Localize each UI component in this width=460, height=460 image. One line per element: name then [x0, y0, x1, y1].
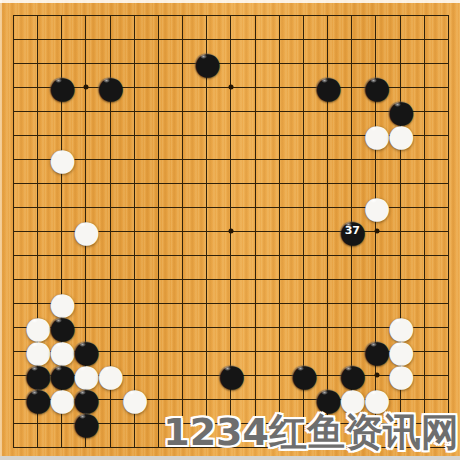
board-cell [351, 87, 375, 111]
board-cell [230, 63, 254, 87]
board-cell [13, 15, 37, 39]
board-cell [110, 39, 134, 63]
board-cell [85, 207, 109, 231]
board-cell [134, 87, 158, 111]
board-cell [375, 111, 399, 135]
board-cell [37, 39, 61, 63]
board-cell [303, 159, 327, 183]
board-cell [13, 135, 37, 159]
board-cell [400, 135, 424, 159]
board-cell [61, 351, 85, 375]
board-cell [110, 255, 134, 279]
board-cell [182, 351, 206, 375]
board-cell [61, 399, 85, 423]
board-cell [303, 279, 327, 303]
star-point [374, 85, 379, 90]
board-cell [351, 327, 375, 351]
board-cell [279, 159, 303, 183]
board-cell [351, 231, 375, 255]
board-cell [375, 351, 399, 375]
board-cell [303, 327, 327, 351]
board-cell [182, 111, 206, 135]
board-cell [37, 375, 61, 399]
board-cell [37, 351, 61, 375]
board-cell [37, 135, 61, 159]
board-cell [206, 111, 230, 135]
board-cell [255, 279, 279, 303]
board-cell [110, 159, 134, 183]
board-cell [158, 351, 182, 375]
board-cell [351, 207, 375, 231]
board-cell [351, 303, 375, 327]
board-cell [85, 183, 109, 207]
board-cell [110, 63, 134, 87]
board-cell [375, 279, 399, 303]
board-cell [61, 111, 85, 135]
board-cell [400, 87, 424, 111]
board-cell [255, 135, 279, 159]
star-point [84, 85, 89, 90]
board-cell [206, 183, 230, 207]
board-cell [158, 255, 182, 279]
board-cell [206, 231, 230, 255]
board-cell [303, 111, 327, 135]
board-cell [134, 207, 158, 231]
board-cell [279, 327, 303, 351]
board-cell [327, 327, 351, 351]
board-cell [424, 15, 448, 39]
board-cell [110, 207, 134, 231]
board-cell [351, 135, 375, 159]
board-cell [37, 111, 61, 135]
board-cell [400, 303, 424, 327]
board-cell [13, 255, 37, 279]
board-cell [37, 255, 61, 279]
board-cell [61, 135, 85, 159]
board-cell [279, 207, 303, 231]
board-cell [134, 279, 158, 303]
board-cell [182, 63, 206, 87]
board-cell [13, 279, 37, 303]
board-cell [351, 279, 375, 303]
board-cell [279, 231, 303, 255]
star-point [374, 373, 379, 378]
board-cell [85, 327, 109, 351]
board-cell [13, 111, 37, 135]
board-cell [85, 375, 109, 399]
board-cell [351, 159, 375, 183]
board-cell [110, 183, 134, 207]
board-cell [303, 351, 327, 375]
board-cell [424, 327, 448, 351]
board-cell [230, 159, 254, 183]
board-cell [13, 207, 37, 231]
board-cell [182, 279, 206, 303]
board-cell [13, 399, 37, 423]
star-point [229, 229, 234, 234]
board-cell [206, 375, 230, 399]
board-cell [375, 39, 399, 63]
board-cell [182, 303, 206, 327]
board-cell [327, 159, 351, 183]
board-cell [327, 63, 351, 87]
board-cell [255, 63, 279, 87]
board-cell [303, 255, 327, 279]
board-cell [400, 15, 424, 39]
board-cell [37, 423, 61, 447]
board-cell [85, 39, 109, 63]
board-cell [158, 135, 182, 159]
board-cell [327, 231, 351, 255]
board-cell [110, 423, 134, 447]
board-cell [110, 15, 134, 39]
board-cell [279, 303, 303, 327]
board-cell [424, 159, 448, 183]
board-cell [230, 15, 254, 39]
board-cell [255, 303, 279, 327]
board-cell [37, 207, 61, 231]
board-cell [85, 111, 109, 135]
board-cell [85, 255, 109, 279]
board-cell [134, 183, 158, 207]
board-cell [351, 63, 375, 87]
board-cell [424, 351, 448, 375]
board-cell [206, 327, 230, 351]
board-cell [303, 15, 327, 39]
board-cell [37, 279, 61, 303]
board-cell [158, 279, 182, 303]
board-cell [255, 159, 279, 183]
board-cell [255, 375, 279, 399]
board-cell [206, 135, 230, 159]
board-cell [351, 375, 375, 399]
board-cell [13, 231, 37, 255]
board-cell [303, 375, 327, 399]
board-cell [134, 63, 158, 87]
board-cell [279, 135, 303, 159]
board-cell [303, 39, 327, 63]
board-cell [37, 63, 61, 87]
board-cell [424, 39, 448, 63]
board-cell [230, 87, 254, 111]
board-cell [110, 231, 134, 255]
board-cell [13, 63, 37, 87]
board-cell [206, 351, 230, 375]
board-cell [61, 255, 85, 279]
board-cell [230, 327, 254, 351]
board-cell [400, 207, 424, 231]
board-cell [13, 423, 37, 447]
left-edge-strip [0, 0, 2, 460]
watermark: 1234红鱼资讯网 [163, 407, 459, 458]
board-cell [134, 39, 158, 63]
board-cell [375, 63, 399, 87]
board-cell [327, 87, 351, 111]
board-cell [182, 207, 206, 231]
board-cell [400, 327, 424, 351]
board-cell [230, 231, 254, 255]
board-cell [158, 15, 182, 39]
board-cell [206, 63, 230, 87]
board-cell [400, 375, 424, 399]
board-cell [37, 15, 61, 39]
board-cell [424, 231, 448, 255]
board-cell [134, 15, 158, 39]
board-cell [158, 63, 182, 87]
board-cell [400, 183, 424, 207]
board-cell [230, 39, 254, 63]
go-board-screenshot: ●●●●●●●●●●●●37●●●●●●●●●●●●●●●●●●●●●●●●● … [0, 0, 460, 460]
board-cell [424, 255, 448, 279]
board-cell [158, 375, 182, 399]
board-cell [85, 351, 109, 375]
board-cell [206, 255, 230, 279]
board-cell [182, 183, 206, 207]
board-cell [134, 255, 158, 279]
board-cell [134, 159, 158, 183]
board-cell [134, 231, 158, 255]
board-cell [303, 135, 327, 159]
board-cell [327, 207, 351, 231]
board-cell [61, 159, 85, 183]
board-cell [255, 39, 279, 63]
board-cell [37, 399, 61, 423]
board-cell [424, 135, 448, 159]
board-cell [230, 183, 254, 207]
star-point [84, 373, 89, 378]
board-cell [375, 327, 399, 351]
board-cell [400, 39, 424, 63]
board-cell [424, 375, 448, 399]
board-cell [255, 207, 279, 231]
board-cell [61, 423, 85, 447]
board-cell [158, 207, 182, 231]
board-cell [37, 327, 61, 351]
board-cell [158, 159, 182, 183]
top-edge-strip [0, 0, 460, 3]
star-point [84, 229, 89, 234]
board-cell [37, 87, 61, 111]
board-cell [182, 327, 206, 351]
board-cell [61, 183, 85, 207]
board-cell [375, 15, 399, 39]
board-cell [375, 303, 399, 327]
board-cell [61, 39, 85, 63]
board-cell [351, 15, 375, 39]
board-cell [255, 327, 279, 351]
board-cell [279, 255, 303, 279]
board-cell [110, 327, 134, 351]
board-cell [375, 375, 399, 399]
star-point [374, 229, 379, 234]
star-point [229, 373, 234, 378]
board-cell [230, 135, 254, 159]
board-cell [110, 399, 134, 423]
board-cell [134, 423, 158, 447]
board-cell [61, 279, 85, 303]
board-cell [182, 255, 206, 279]
board-cell [37, 231, 61, 255]
board-cell [424, 303, 448, 327]
board-cell [206, 207, 230, 231]
board-cell [375, 87, 399, 111]
board-cell [61, 231, 85, 255]
board-cell [327, 279, 351, 303]
board-cell [375, 231, 399, 255]
board-cell [230, 255, 254, 279]
board-cell [85, 231, 109, 255]
board-cell [230, 351, 254, 375]
board-cell [85, 135, 109, 159]
board-cell [255, 111, 279, 135]
board-cell [375, 135, 399, 159]
board-cell [400, 111, 424, 135]
board-cell [400, 63, 424, 87]
board-cell [13, 303, 37, 327]
board-cell [61, 87, 85, 111]
board-cell [110, 111, 134, 135]
board-cell [85, 423, 109, 447]
board-cell [61, 303, 85, 327]
board-cell [13, 327, 37, 351]
board-cell [110, 375, 134, 399]
board-cell [158, 111, 182, 135]
board-cell [230, 279, 254, 303]
board-cell [303, 183, 327, 207]
board-cell [13, 87, 37, 111]
board-cell [303, 87, 327, 111]
board-cell [279, 15, 303, 39]
board-cell [85, 87, 109, 111]
board-cell [182, 231, 206, 255]
board-cell [400, 231, 424, 255]
board-cell [110, 135, 134, 159]
board-cell [424, 279, 448, 303]
board-cell [327, 111, 351, 135]
board-cell [255, 183, 279, 207]
board-cell [351, 183, 375, 207]
board-cell [424, 111, 448, 135]
board-cell [85, 399, 109, 423]
board-cell [206, 87, 230, 111]
board-cell [61, 207, 85, 231]
board-cell [327, 183, 351, 207]
board-cell [279, 375, 303, 399]
board-cell [327, 39, 351, 63]
board-cell [351, 255, 375, 279]
board-cell [134, 135, 158, 159]
board-cell [375, 207, 399, 231]
board-cell [255, 87, 279, 111]
board-cell [279, 87, 303, 111]
board-cell [424, 207, 448, 231]
board-cell [351, 111, 375, 135]
board-cell [255, 351, 279, 375]
board-cell [13, 375, 37, 399]
board-cell [158, 303, 182, 327]
board-cell [85, 159, 109, 183]
board-cell [206, 159, 230, 183]
board-cell [327, 303, 351, 327]
board-cell [37, 303, 61, 327]
board-cell [37, 159, 61, 183]
board-cell [134, 399, 158, 423]
board-cell [279, 111, 303, 135]
board-cell [134, 375, 158, 399]
board-cell [13, 39, 37, 63]
board-cell [327, 135, 351, 159]
board-cell [400, 255, 424, 279]
board-cell [230, 111, 254, 135]
board-cell [303, 207, 327, 231]
board-cell [85, 279, 109, 303]
board-cell [279, 63, 303, 87]
board-cell [134, 351, 158, 375]
board-cell [110, 279, 134, 303]
board-cell [327, 351, 351, 375]
board-cell [158, 87, 182, 111]
board-cell [303, 231, 327, 255]
board-cell [110, 351, 134, 375]
board-cell [230, 303, 254, 327]
board-cell [182, 87, 206, 111]
board-cell [375, 159, 399, 183]
board-cell [255, 15, 279, 39]
star-point [229, 85, 234, 90]
board-cell [303, 303, 327, 327]
board-cell [182, 135, 206, 159]
board-cell [182, 375, 206, 399]
board-cell [134, 327, 158, 351]
board-cell [61, 327, 85, 351]
board-cell [400, 279, 424, 303]
board-cell [37, 183, 61, 207]
board-cell [279, 279, 303, 303]
board-cell [279, 351, 303, 375]
board-cell [13, 159, 37, 183]
board-cell [424, 183, 448, 207]
board-cell [85, 15, 109, 39]
board-cell [85, 303, 109, 327]
board-cell [400, 351, 424, 375]
board-cell [206, 39, 230, 63]
board-cell [158, 183, 182, 207]
board-cell [400, 159, 424, 183]
board-cell [206, 303, 230, 327]
board-cell [158, 231, 182, 255]
board-cell [182, 159, 206, 183]
board-cell [61, 375, 85, 399]
board-cell [158, 39, 182, 63]
board-cell [279, 39, 303, 63]
board-cell [424, 63, 448, 87]
board-cell [206, 15, 230, 39]
board-cell [375, 183, 399, 207]
board-cell [327, 375, 351, 399]
board-cell [230, 207, 254, 231]
board-cell [230, 375, 254, 399]
board-cell [110, 303, 134, 327]
board-cell [206, 279, 230, 303]
board-cell [327, 15, 351, 39]
board-cell [182, 39, 206, 63]
board-cell [424, 87, 448, 111]
board-cell [351, 39, 375, 63]
board-cell [375, 255, 399, 279]
board-cell [110, 87, 134, 111]
board-cell [351, 351, 375, 375]
board-cell [61, 63, 85, 87]
